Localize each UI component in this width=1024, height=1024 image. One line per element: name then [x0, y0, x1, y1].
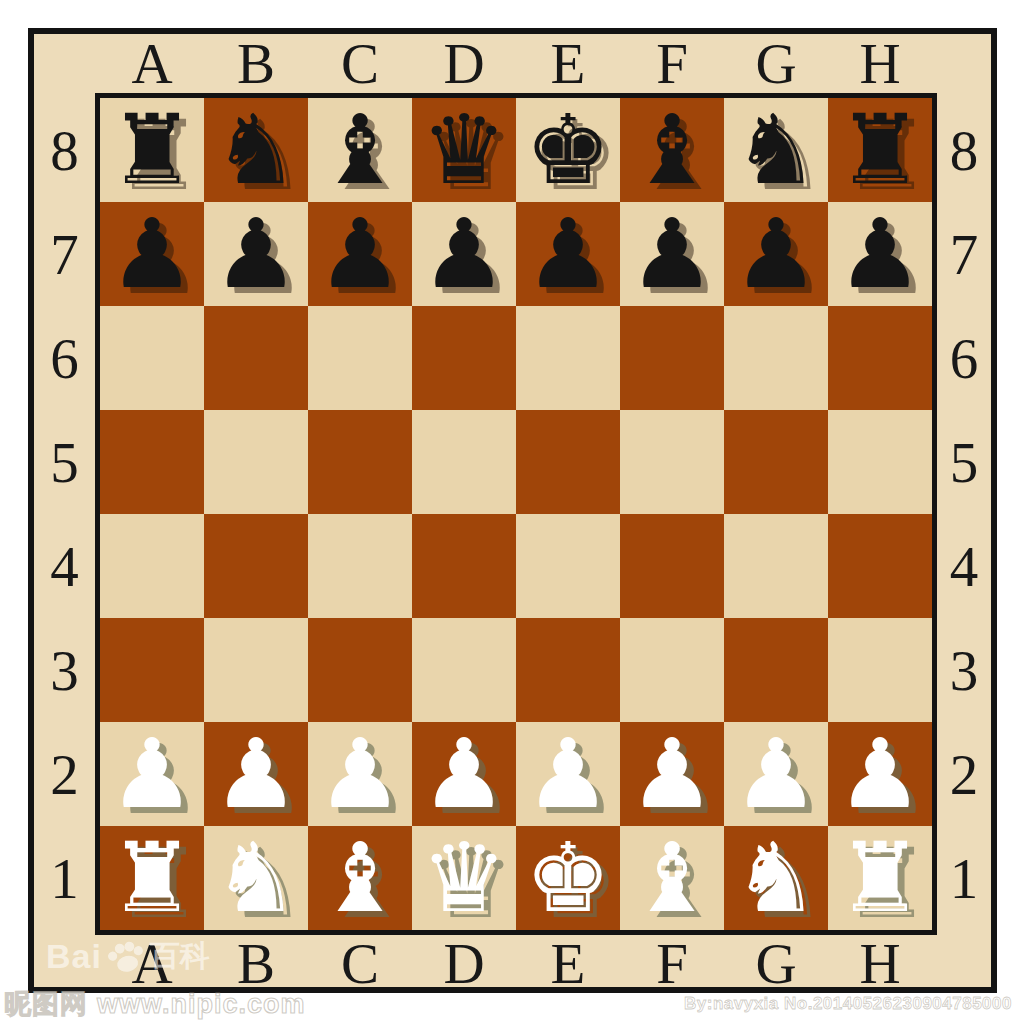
rank-label-4: 4: [34, 514, 95, 618]
square-h6[interactable]: [828, 306, 932, 410]
black-pawn[interactable]: ♟: [421, 202, 507, 306]
rank-label-1: 1: [937, 826, 991, 930]
rank-label-6: 6: [34, 306, 95, 410]
white-pawn[interactable]: ♟: [317, 722, 403, 826]
white-pawn[interactable]: ♟: [837, 722, 923, 826]
square-h1[interactable]: ♜: [828, 826, 932, 930]
square-d5[interactable]: [412, 410, 516, 514]
white-bishop[interactable]: ♝: [317, 826, 403, 930]
square-e4[interactable]: [516, 514, 620, 618]
black-bishop[interactable]: ♝: [317, 98, 403, 202]
white-rook[interactable]: ♜: [837, 826, 923, 930]
square-f7[interactable]: ♟: [620, 202, 724, 306]
square-f8[interactable]: ♝: [620, 98, 724, 202]
black-rook[interactable]: ♜: [109, 98, 195, 202]
square-f3[interactable]: [620, 618, 724, 722]
square-g3[interactable]: [724, 618, 828, 722]
file-label-c: C: [308, 935, 412, 992]
square-h8[interactable]: ♜: [828, 98, 932, 202]
black-pawn[interactable]: ♟: [317, 202, 403, 306]
rank-label-2: 2: [937, 722, 991, 826]
black-pawn[interactable]: ♟: [733, 202, 819, 306]
board-frame: ABCDEFGH 87654321 ♜♞♝♛♚♝♞♜♟♟♟♟♟♟♟♟♟♟♟♟♟♟…: [28, 28, 997, 993]
frame-corner-top-right: [937, 34, 991, 93]
square-e3[interactable]: [516, 618, 620, 722]
square-a3[interactable]: [100, 618, 204, 722]
nipic-url: www.nipic.com: [97, 989, 306, 1020]
rank-label-6: 6: [937, 306, 991, 410]
page: ABCDEFGH 87654321 ♜♞♝♛♚♝♞♜♟♟♟♟♟♟♟♟♟♟♟♟♟♟…: [0, 0, 1024, 1024]
black-bishop[interactable]: ♝: [629, 98, 715, 202]
square-c5[interactable]: [308, 410, 412, 514]
square-a2[interactable]: ♟: [100, 722, 204, 826]
square-d7[interactable]: ♟: [412, 202, 516, 306]
square-d4[interactable]: [412, 514, 516, 618]
square-d2[interactable]: ♟: [412, 722, 516, 826]
square-g2[interactable]: ♟: [724, 722, 828, 826]
black-pawn[interactable]: ♟: [109, 202, 195, 306]
rank-label-8: 8: [937, 98, 991, 202]
file-label-b: B: [204, 34, 308, 93]
square-d8[interactable]: ♛: [412, 98, 516, 202]
rank-label-1: 1: [34, 826, 95, 930]
black-king[interactable]: ♚: [525, 98, 611, 202]
nipic-watermark: 昵图网 www.nipic.com: [4, 986, 306, 1022]
black-knight[interactable]: ♞: [733, 98, 819, 202]
white-king[interactable]: ♚: [525, 826, 611, 930]
file-label-g: G: [724, 34, 828, 93]
square-d1[interactable]: ♛: [412, 826, 516, 930]
rank-labels-right: 87654321: [937, 93, 991, 935]
file-label-h: H: [828, 34, 932, 93]
square-e6[interactable]: [516, 306, 620, 410]
file-label-c: C: [308, 34, 412, 93]
square-e2[interactable]: ♟: [516, 722, 620, 826]
square-a8[interactable]: ♜: [100, 98, 204, 202]
baidu-watermark-text-left: Bai: [46, 937, 102, 976]
square-h3[interactable]: [828, 618, 932, 722]
square-b2[interactable]: ♟: [204, 722, 308, 826]
square-b3[interactable]: [204, 618, 308, 722]
square-g7[interactable]: ♟: [724, 202, 828, 306]
white-pawn[interactable]: ♟: [421, 722, 507, 826]
square-g6[interactable]: [724, 306, 828, 410]
white-queen[interactable]: ♛: [421, 826, 507, 930]
file-label-a: A: [100, 34, 204, 93]
black-pawn[interactable]: ♟: [525, 202, 611, 306]
file-label-e: E: [516, 34, 620, 93]
rank-label-3: 3: [937, 618, 991, 722]
file-label-d: D: [412, 935, 516, 992]
square-g5[interactable]: [724, 410, 828, 514]
square-e1[interactable]: ♚: [516, 826, 620, 930]
square-c7[interactable]: ♟: [308, 202, 412, 306]
square-a7[interactable]: ♟: [100, 202, 204, 306]
white-knight[interactable]: ♞: [733, 826, 819, 930]
square-f2[interactable]: ♟: [620, 722, 724, 826]
square-g4[interactable]: [724, 514, 828, 618]
rank-label-4: 4: [937, 514, 991, 618]
white-pawn[interactable]: ♟: [629, 722, 715, 826]
square-e7[interactable]: ♟: [516, 202, 620, 306]
black-knight[interactable]: ♞: [213, 98, 299, 202]
frame-corner-top-left: [34, 34, 95, 93]
square-e5[interactable]: [516, 410, 620, 514]
white-bishop[interactable]: ♝: [629, 826, 715, 930]
square-c8[interactable]: ♝: [308, 98, 412, 202]
square-h4[interactable]: [828, 514, 932, 618]
nipic-site-name: 昵图网: [4, 986, 88, 1022]
rank-label-7: 7: [937, 202, 991, 306]
black-rook[interactable]: ♜: [837, 98, 923, 202]
file-label-e: E: [516, 935, 620, 992]
white-pawn[interactable]: ♟: [213, 722, 299, 826]
rank-label-8: 8: [34, 98, 95, 202]
file-label-f: F: [620, 935, 724, 992]
rank-label-2: 2: [34, 722, 95, 826]
square-d3[interactable]: [412, 618, 516, 722]
square-a1[interactable]: ♜: [100, 826, 204, 930]
square-b8[interactable]: ♞: [204, 98, 308, 202]
rank-label-3: 3: [34, 618, 95, 722]
square-h7[interactable]: ♟: [828, 202, 932, 306]
rank-label-5: 5: [34, 410, 95, 514]
square-d6[interactable]: [412, 306, 516, 410]
white-pawn[interactable]: ♟: [109, 722, 195, 826]
square-f6[interactable]: [620, 306, 724, 410]
file-labels-top: ABCDEFGH: [95, 34, 937, 93]
square-b1[interactable]: ♞: [204, 826, 308, 930]
square-h2[interactable]: ♟: [828, 722, 932, 826]
file-label-b: B: [204, 935, 308, 992]
chess-board: ♜♞♝♛♚♝♞♜♟♟♟♟♟♟♟♟♟♟♟♟♟♟♟♟♜♞♝♛♚♝♞♜: [95, 93, 937, 935]
rank-label-7: 7: [34, 202, 95, 306]
square-a5[interactable]: [100, 410, 204, 514]
black-queen[interactable]: ♛: [421, 98, 507, 202]
white-knight[interactable]: ♞: [213, 826, 299, 930]
square-a4[interactable]: [100, 514, 204, 618]
square-c3[interactable]: [308, 618, 412, 722]
file-label-g: G: [724, 935, 828, 992]
white-pawn[interactable]: ♟: [733, 722, 819, 826]
rank-labels-left: 87654321: [34, 93, 95, 935]
file-labels-bottom: ABCDEFGH: [95, 935, 937, 987]
square-b5[interactable]: [204, 410, 308, 514]
square-c2[interactable]: ♟: [308, 722, 412, 826]
square-h5[interactable]: [828, 410, 932, 514]
frame-corner-bottom-right: [937, 935, 991, 987]
square-c1[interactable]: ♝: [308, 826, 412, 930]
white-rook[interactable]: ♜: [109, 826, 195, 930]
square-a6[interactable]: [100, 306, 204, 410]
file-label-h: H: [828, 935, 932, 992]
rank-label-5: 5: [937, 410, 991, 514]
square-f5[interactable]: [620, 410, 724, 514]
white-pawn[interactable]: ♟: [525, 722, 611, 826]
square-g8[interactable]: ♞: [724, 98, 828, 202]
square-f1[interactable]: ♝: [620, 826, 724, 930]
square-b6[interactable]: [204, 306, 308, 410]
square-b4[interactable]: [204, 514, 308, 618]
baidu-watermark-text-right: 百科: [150, 936, 210, 977]
paw-icon: [101, 931, 151, 981]
baidu-baike-watermark: Bai 百科: [46, 933, 210, 979]
author-credit-watermark: By:navyxia No.20140526230904785000: [684, 994, 1012, 1014]
file-label-d: D: [412, 34, 516, 93]
black-pawn[interactable]: ♟: [837, 202, 923, 306]
square-f4[interactable]: [620, 514, 724, 618]
square-g1[interactable]: ♞: [724, 826, 828, 930]
black-pawn[interactable]: ♟: [629, 202, 715, 306]
file-label-f: F: [620, 34, 724, 93]
square-e8[interactable]: ♚: [516, 98, 620, 202]
square-b7[interactable]: ♟: [204, 202, 308, 306]
black-pawn[interactable]: ♟: [213, 202, 299, 306]
square-c4[interactable]: [308, 514, 412, 618]
square-c6[interactable]: [308, 306, 412, 410]
